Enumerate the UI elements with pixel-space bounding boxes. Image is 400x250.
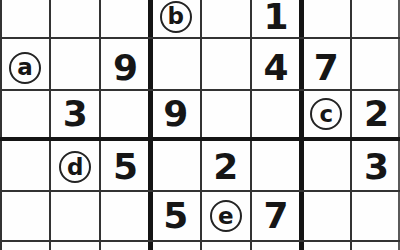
sudoku-scan-crop: b1a94739c2d5235e7 xyxy=(0,0,400,250)
given-digit: 5 xyxy=(113,149,138,185)
cell-r4c1 xyxy=(0,139,50,191)
given-digit: 2 xyxy=(364,96,389,132)
cell-r2c5 xyxy=(201,38,251,90)
cell-r5c3 xyxy=(100,191,150,242)
cell-r2c1: a xyxy=(0,38,50,90)
circled-letter-marker: c xyxy=(310,98,342,130)
cell-r6c2 xyxy=(50,242,100,250)
cell-r2c3: 9 xyxy=(100,38,150,90)
given-digit: 3 xyxy=(63,96,88,132)
cell-r5c1 xyxy=(0,191,50,242)
cell-r6c7 xyxy=(301,242,351,250)
cell-r4c3: 5 xyxy=(100,139,150,191)
cell-r6c4 xyxy=(151,242,201,250)
grid-hline xyxy=(0,240,400,242)
cell-r1c2 xyxy=(50,0,100,38)
grid-hline xyxy=(0,89,400,91)
circled-letter-marker: d xyxy=(59,151,91,183)
cell-r5c2 xyxy=(50,191,100,242)
cell-r5c7 xyxy=(301,191,351,242)
cell-r6c5 xyxy=(201,242,251,250)
cell-r3c6 xyxy=(251,90,301,140)
cell-r2c4 xyxy=(151,38,201,90)
cell-r1c8 xyxy=(351,0,400,38)
cell-r2c8 xyxy=(351,38,400,90)
cell-r6c6 xyxy=(251,242,301,250)
sudoku-grid: b1a94739c2d5235e7 xyxy=(0,0,400,250)
given-digit: 2 xyxy=(213,149,238,185)
cell-r3c4: 9 xyxy=(151,90,201,140)
cell-r1c6: 1 xyxy=(251,0,301,38)
given-digit: 3 xyxy=(364,149,389,185)
given-digit: 7 xyxy=(314,50,339,86)
cell-r4c2: d xyxy=(50,139,100,191)
cell-r3c8: 2 xyxy=(351,90,400,140)
given-digit: 5 xyxy=(163,198,188,234)
cell-r1c4: b xyxy=(151,0,201,38)
cell-r4c7 xyxy=(301,139,351,191)
cell-r1c1 xyxy=(0,0,50,38)
grid-hline xyxy=(0,37,400,39)
grid-hline xyxy=(0,190,400,192)
cell-r1c7 xyxy=(301,0,351,38)
cell-r4c4 xyxy=(151,139,201,191)
cell-r6c1 xyxy=(0,242,50,250)
given-digit: 7 xyxy=(264,198,289,234)
cell-r3c2: 3 xyxy=(50,90,100,140)
circled-letter-marker: e xyxy=(210,200,242,232)
cell-r3c3 xyxy=(100,90,150,140)
cell-r6c8 xyxy=(351,242,400,250)
circled-letter-marker: a xyxy=(9,52,41,84)
cell-r3c7: c xyxy=(301,90,351,140)
cell-r2c6: 4 xyxy=(251,38,301,90)
circled-letter-marker: b xyxy=(160,1,192,33)
cell-r3c5 xyxy=(201,90,251,140)
cell-r2c2 xyxy=(50,38,100,90)
given-digit: 9 xyxy=(163,96,188,132)
cell-r4c5: 2 xyxy=(201,139,251,191)
cell-r5c5: e xyxy=(201,191,251,242)
cell-r2c7: 7 xyxy=(301,38,351,90)
cell-r1c3 xyxy=(100,0,150,38)
cell-r4c8: 3 xyxy=(351,139,400,191)
cell-r5c6: 7 xyxy=(251,191,301,242)
cell-r5c8 xyxy=(351,191,400,242)
cell-r1c5 xyxy=(201,0,251,38)
cell-r4c6 xyxy=(251,139,301,191)
given-digit: 1 xyxy=(264,0,289,35)
cell-r3c1 xyxy=(0,90,50,140)
given-digit: 4 xyxy=(264,50,289,86)
cell-r5c4: 5 xyxy=(151,191,201,242)
box-boundary-hline xyxy=(0,137,400,142)
given-digit: 9 xyxy=(113,50,138,86)
cell-r6c3 xyxy=(100,242,150,250)
